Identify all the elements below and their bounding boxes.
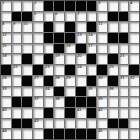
clue-number: 23 <box>45 65 49 69</box>
crossword-cell[interactable] <box>22 44 32 54</box>
black-cell <box>65 22 75 32</box>
crossword-cell[interactable]: 6 <box>54 12 64 22</box>
crossword-cell[interactable]: 21 <box>119 54 129 64</box>
crossword-cell[interactable] <box>33 87 43 97</box>
crossword-cell[interactable] <box>129 54 139 64</box>
crossword-cell[interactable]: 41 <box>76 108 86 118</box>
crossword-cell[interactable]: 19 <box>54 54 64 64</box>
black-cell <box>65 97 75 107</box>
black-cell <box>22 12 32 22</box>
black-cell <box>54 129 64 139</box>
crossword-cell[interactable]: 35 <box>87 87 97 97</box>
crossword-cell[interactable]: 29 <box>65 76 75 86</box>
clue-number: 45 <box>98 129 102 133</box>
black-cell <box>76 1 86 11</box>
crossword-cell[interactable]: 43 <box>33 119 43 129</box>
crossword-cell[interactable] <box>22 108 32 118</box>
crossword-cell[interactable]: 23 <box>44 65 54 75</box>
crossword-cell[interactable]: 8 <box>1 22 11 32</box>
black-cell <box>129 65 139 75</box>
clue-number: 14 <box>88 33 92 37</box>
crossword-cell[interactable]: 16 <box>65 44 75 54</box>
crossword-cell[interactable]: 44 <box>1 129 11 139</box>
crossword-cell[interactable]: 10 <box>22 22 32 32</box>
crossword-cell[interactable] <box>129 97 139 107</box>
crossword-cell[interactable]: 4 <box>129 1 139 11</box>
black-cell <box>108 33 118 43</box>
crossword-cell[interactable] <box>1 119 11 129</box>
black-cell <box>108 76 118 86</box>
crossword-cell[interactable] <box>1 12 11 22</box>
crossword-cell[interactable] <box>119 1 129 11</box>
crossword-cell[interactable] <box>44 119 54 129</box>
black-cell <box>44 54 54 64</box>
black-cell <box>54 1 64 11</box>
clue-number: 11 <box>98 22 102 26</box>
crossword-cell[interactable] <box>12 129 22 139</box>
crossword-cell[interactable] <box>129 129 139 139</box>
black-cell <box>108 119 118 129</box>
black-cell <box>44 129 54 139</box>
black-cell <box>76 44 86 54</box>
crossword-cell[interactable] <box>119 97 129 107</box>
black-cell <box>87 108 97 118</box>
black-cell <box>119 119 129 129</box>
crossword-cell[interactable] <box>22 87 32 97</box>
clue-number: 37 <box>34 97 38 101</box>
crossword-cell[interactable]: 34 <box>44 87 54 97</box>
crossword-cell[interactable] <box>97 119 107 129</box>
clue-number: 12 <box>2 33 6 37</box>
crossword-cell[interactable] <box>97 87 107 97</box>
black-cell <box>119 33 129 43</box>
clue-number: 40 <box>2 108 6 112</box>
black-cell <box>12 119 22 129</box>
crossword-cell[interactable] <box>33 44 43 54</box>
clue-number: 1 <box>2 1 4 5</box>
black-cell <box>65 33 75 43</box>
clue-number: 4 <box>130 1 132 5</box>
crossword-cell[interactable]: 32 <box>129 76 139 86</box>
black-cell <box>54 33 64 43</box>
black-cell <box>1 65 11 75</box>
clue-number: 41 <box>77 108 81 112</box>
crossword-cell[interactable]: 11 <box>97 22 107 32</box>
crossword-cell[interactable] <box>33 54 43 64</box>
crossword-cell[interactable] <box>87 12 97 22</box>
black-cell <box>22 119 32 129</box>
crossword-cell[interactable] <box>65 12 75 22</box>
crossword-cell[interactable]: 18 <box>1 54 11 64</box>
black-cell <box>87 97 97 107</box>
crossword-cell[interactable]: 15 <box>1 44 11 54</box>
clue-number: 22 <box>13 65 17 69</box>
crossword-cell[interactable] <box>108 97 118 107</box>
black-cell <box>44 33 54 43</box>
clue-number: 38 <box>55 97 59 101</box>
black-cell <box>12 12 22 22</box>
crossword-cell[interactable] <box>119 65 129 75</box>
clue-number: 7 <box>77 12 79 16</box>
clue-number: 5 <box>34 12 36 16</box>
clue-number: 26 <box>2 76 6 80</box>
black-cell <box>44 108 54 118</box>
clue-number: 10 <box>23 22 27 26</box>
crossword-cell[interactable]: 25 <box>108 65 118 75</box>
crossword-cell[interactable] <box>76 119 86 129</box>
black-cell <box>44 1 54 11</box>
crossword-cell[interactable] <box>129 87 139 97</box>
crossword-cell[interactable] <box>108 108 118 118</box>
black-cell <box>76 87 86 97</box>
clue-number: 27 <box>34 76 38 80</box>
crossword-cell[interactable]: 17 <box>87 44 97 54</box>
clue-number: 39 <box>98 97 102 101</box>
crossword-cell[interactable]: 37 <box>33 97 43 107</box>
crossword-cell[interactable] <box>97 54 107 64</box>
crossword-cell[interactable] <box>12 108 22 118</box>
clue-number: 3 <box>98 1 100 5</box>
crossword-cell[interactable] <box>119 129 129 139</box>
clue-number: 43 <box>34 119 38 123</box>
crossword-cell[interactable] <box>129 119 139 129</box>
clue-number: 44 <box>2 129 6 133</box>
crossword-cell[interactable]: 42 <box>97 108 107 118</box>
crossword-cell[interactable] <box>1 97 11 107</box>
crossword-cell[interactable] <box>54 108 64 118</box>
crossword-cell[interactable] <box>129 12 139 22</box>
crossword-cell[interactable] <box>129 108 139 118</box>
crossword-cell[interactable] <box>129 33 139 43</box>
black-cell <box>33 65 43 75</box>
crossword-cell[interactable] <box>97 44 107 54</box>
clue-number: 25 <box>109 65 113 69</box>
crossword-cell[interactable] <box>12 33 22 43</box>
crossword-cell[interactable] <box>54 119 64 129</box>
crossword-cell[interactable] <box>87 65 97 75</box>
crossword-cell[interactable] <box>65 87 75 97</box>
black-cell <box>22 54 32 64</box>
crossword-cell[interactable]: 12 <box>1 33 11 43</box>
clue-number: 8 <box>2 22 4 26</box>
crossword-cell[interactable]: 20 <box>76 54 86 64</box>
crossword-cell[interactable]: 2 <box>33 1 43 11</box>
crossword-cell[interactable] <box>97 33 107 43</box>
crossword-cell[interactable] <box>97 12 107 22</box>
crossword-cell[interactable] <box>44 12 54 22</box>
clue-number: 28 <box>55 76 59 80</box>
black-cell <box>22 97 32 107</box>
crossword-cell[interactable] <box>22 129 32 139</box>
crossword-cell[interactable]: 26 <box>1 76 11 86</box>
crossword-cell[interactable] <box>65 119 75 129</box>
crossword-cell[interactable] <box>108 1 118 11</box>
clue-number: 16 <box>66 44 70 48</box>
crossword-cell[interactable] <box>12 76 22 86</box>
crossword-cell[interactable] <box>108 129 118 139</box>
crossword-cell[interactable] <box>12 1 22 11</box>
crossword-grid: 1234567891011121314151617181920212223242… <box>0 0 140 140</box>
clue-number: 42 <box>98 108 102 112</box>
crossword-cell[interactable]: 5 <box>33 12 43 22</box>
clue-number: 35 <box>88 87 92 91</box>
crossword-cell[interactable]: 7 <box>76 12 86 22</box>
black-cell <box>87 1 97 11</box>
crossword-cell[interactable]: 22 <box>12 65 22 75</box>
crossword-cell[interactable] <box>108 22 118 32</box>
black-cell <box>119 12 129 22</box>
crossword-cell[interactable]: 33 <box>1 87 11 97</box>
crossword-cell[interactable] <box>33 129 43 139</box>
clue-number: 19 <box>55 54 59 58</box>
crossword-cell[interactable]: 9 <box>12 22 22 32</box>
crossword-cell[interactable] <box>22 1 32 11</box>
black-cell <box>65 129 75 139</box>
clue-number: 21 <box>120 54 124 58</box>
crossword-cell[interactable]: 36 <box>108 87 118 97</box>
crossword-cell[interactable] <box>76 76 86 86</box>
clue-number: 2 <box>34 1 36 5</box>
crossword-cell[interactable]: 27 <box>33 76 43 86</box>
crossword-cell[interactable]: 31 <box>119 76 129 86</box>
crossword-cell[interactable] <box>119 87 129 97</box>
crossword-cell[interactable]: 28 <box>54 76 64 86</box>
crossword-cell[interactable]: 40 <box>1 108 11 118</box>
crossword-cell[interactable] <box>22 65 32 75</box>
clue-number: 29 <box>66 76 70 80</box>
crossword-cell[interactable] <box>76 22 86 32</box>
black-cell <box>87 54 97 64</box>
crossword-cell[interactable] <box>12 87 22 97</box>
crossword-cell[interactable] <box>33 108 43 118</box>
black-cell <box>76 97 86 107</box>
crossword-cell[interactable] <box>65 54 75 64</box>
crossword-cell[interactable] <box>87 119 97 129</box>
crossword-cell[interactable] <box>119 44 129 54</box>
clue-number: 24 <box>77 65 81 69</box>
clue-number: 17 <box>88 44 92 48</box>
crossword-cell[interactable] <box>44 97 54 107</box>
crossword-cell[interactable]: 30 <box>97 76 107 86</box>
clue-number: 30 <box>98 76 102 80</box>
crossword-cell[interactable]: 14 <box>87 33 97 43</box>
crossword-cell[interactable] <box>119 22 129 32</box>
clue-number: 36 <box>109 87 113 91</box>
crossword-cell[interactable] <box>119 108 129 118</box>
crossword-cell[interactable] <box>129 44 139 54</box>
crossword-cell[interactable] <box>33 22 43 32</box>
crossword-cell[interactable]: 39 <box>97 97 107 107</box>
black-cell <box>76 129 86 139</box>
crossword-cell[interactable]: 24 <box>76 65 86 75</box>
clue-number: 9 <box>13 22 15 26</box>
crossword-cell[interactable] <box>12 44 22 54</box>
clue-number: 31 <box>120 76 124 80</box>
crossword-cell[interactable]: 38 <box>54 97 64 107</box>
black-cell <box>108 54 118 64</box>
black-cell <box>44 76 54 86</box>
crossword-cell[interactable] <box>129 22 139 32</box>
clue-number: 18 <box>2 54 6 58</box>
black-cell <box>65 108 75 118</box>
crossword-cell[interactable] <box>33 33 43 43</box>
black-cell <box>108 12 118 22</box>
clue-number: 6 <box>55 12 57 16</box>
crossword-cell[interactable] <box>54 22 64 32</box>
black-cell <box>65 65 75 75</box>
black-cell <box>65 1 75 11</box>
crossword-cell[interactable]: 13 <box>76 33 86 43</box>
crossword-cell[interactable]: 1 <box>1 1 11 11</box>
crossword-cell[interactable] <box>22 33 32 43</box>
black-cell <box>87 129 97 139</box>
crossword-cell[interactable] <box>54 65 64 75</box>
crossword-cell[interactable] <box>12 54 22 64</box>
black-cell <box>54 87 64 97</box>
clue-number: 13 <box>77 33 81 37</box>
clue-number: 33 <box>2 87 6 91</box>
black-cell <box>87 76 97 86</box>
clue-number: 15 <box>2 44 6 48</box>
crossword-cell[interactable]: 3 <box>97 1 107 11</box>
black-cell <box>87 22 97 32</box>
black-cell <box>97 65 107 75</box>
clue-number: 34 <box>45 87 49 91</box>
black-cell <box>54 44 64 54</box>
black-cell <box>22 76 32 86</box>
crossword-cell[interactable]: 45 <box>97 129 107 139</box>
crossword-cell[interactable] <box>108 44 118 54</box>
black-cell <box>44 22 54 32</box>
black-cell <box>12 97 22 107</box>
clue-number: 20 <box>77 54 81 58</box>
crossword-cell[interactable] <box>44 44 54 54</box>
clue-number: 32 <box>130 76 134 80</box>
